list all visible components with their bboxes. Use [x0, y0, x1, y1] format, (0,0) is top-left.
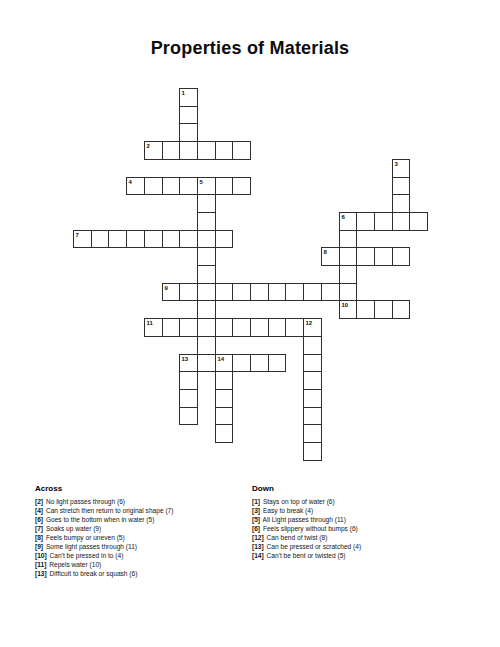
clue-number: [6]	[35, 516, 43, 523]
grid-cell-r2c6[interactable]	[179, 123, 198, 142]
grid-cell-r15c13[interactable]	[303, 354, 322, 372]
grid-cell-r14c7[interactable]	[197, 336, 216, 355]
grid-cell-r12c15[interactable]: 10	[339, 300, 357, 319]
grid-cell-r3c9[interactable]	[232, 141, 251, 160]
grid-cell-r17c8[interactable]	[215, 389, 233, 408]
cell-number-13: 13	[182, 356, 189, 363]
down-clue-6: [6] Feels slippery without bumps (6)	[252, 524, 361, 533]
grid-cell-r11c8[interactable]	[215, 283, 233, 301]
grid-cell-r11c11[interactable]	[268, 283, 286, 301]
grid-cell-r13c11[interactable]	[268, 318, 286, 337]
grid-cell-r7c18[interactable]	[392, 212, 410, 231]
grid-cell-r8c3[interactable]	[126, 230, 145, 248]
clue-number: [12]	[252, 534, 264, 541]
grid-cell-r11c6[interactable]	[179, 283, 198, 301]
clue-number: [10]	[35, 552, 47, 559]
grid-cell-r19c8[interactable]	[215, 424, 233, 443]
grid-cell-r7c17[interactable]	[374, 212, 393, 231]
grid-cell-r7c19[interactable]	[409, 212, 428, 231]
grid-cell-r7c16[interactable]	[356, 212, 375, 231]
clue-number: [13]	[252, 543, 264, 550]
grid-cell-r0c6[interactable]: 1	[179, 88, 198, 107]
grid-cell-r18c13[interactable]	[303, 407, 322, 425]
down-clue-13: [13] Can be pressed or scratched (4)	[252, 542, 361, 551]
cell-number-2: 2	[147, 143, 150, 150]
grid-cell-r13c4[interactable]: 11	[144, 318, 163, 337]
cell-number-12: 12	[306, 320, 313, 327]
cell-number-5: 5	[200, 179, 203, 186]
grid-cell-r8c0[interactable]: 7	[73, 230, 92, 248]
down-clue-5: [5] All Light passes through (11)	[252, 515, 361, 524]
across-clue-4: [4] Can stretch then return to original …	[35, 506, 173, 515]
grid-cell-r11c10[interactable]	[250, 283, 269, 301]
clue-number: [2]	[35, 498, 43, 505]
grid-cell-r1c6[interactable]	[179, 106, 198, 124]
grid-cell-r13c10[interactable]	[250, 318, 269, 337]
cell-number-7: 7	[76, 232, 79, 239]
grid-cell-r8c5[interactable]	[162, 230, 180, 248]
across-header: Across	[35, 484, 173, 493]
grid-cell-r5c6[interactable]	[179, 177, 198, 195]
grid-cell-r6c18[interactable]	[392, 194, 410, 213]
grid-cell-r9c17[interactable]	[374, 247, 393, 266]
grid-cell-r12c16[interactable]	[356, 300, 375, 319]
grid-cell-r16c8[interactable]	[215, 371, 233, 390]
grid-cell-r12c17[interactable]	[374, 300, 393, 319]
grid-cell-r11c9[interactable]	[232, 283, 251, 301]
cell-number-10: 10	[342, 302, 349, 309]
grid-cell-r15c7[interactable]	[197, 354, 216, 372]
across-clue-8: [8] Feels bumpy or uneven (5)	[35, 533, 173, 542]
clue-number: [1]	[252, 498, 260, 505]
page-title: Properties of Materials	[0, 38, 500, 59]
grid-cell-r18c6[interactable]	[179, 407, 198, 425]
clue-number: [7]	[35, 525, 43, 532]
grid-cell-r7c15[interactable]: 6	[339, 212, 357, 231]
grid-cell-r3c7[interactable]	[197, 141, 216, 160]
grid-cell-r10c15[interactable]	[339, 265, 357, 284]
grid-cell-r17c13[interactable]	[303, 389, 322, 408]
across-clue-column: Across [2] No light passes through (6)[4…	[35, 484, 173, 578]
grid-cell-r9c14[interactable]: 8	[321, 247, 340, 266]
grid-cell-r11c12[interactable]	[285, 283, 304, 301]
grid-cell-r13c5[interactable]	[162, 318, 180, 337]
grid-cell-r17c6[interactable]	[179, 389, 198, 408]
grid-cell-r18c8[interactable]	[215, 407, 233, 425]
grid-cell-r12c7[interactable]	[197, 300, 216, 319]
grid-cell-r14c13[interactable]	[303, 336, 322, 355]
down-clue-list: [1] Stays on top of water (6)[3] Easy to…	[252, 497, 361, 560]
grid-cell-r11c15[interactable]	[339, 283, 357, 301]
grid-cell-r16c6[interactable]	[179, 371, 198, 390]
clue-number: [8]	[35, 534, 43, 541]
down-clue-3: [3] Easy to break (4)	[252, 506, 361, 515]
grid-cell-r11c5[interactable]: 9	[162, 283, 180, 301]
grid-cell-r8c1[interactable]	[91, 230, 109, 248]
grid-cell-r8c4[interactable]	[144, 230, 163, 248]
grid-cell-r8c2[interactable]	[108, 230, 127, 248]
grid-cell-r5c3[interactable]: 4	[126, 177, 145, 195]
grid-cell-r9c18[interactable]	[392, 247, 410, 266]
clue-number: [11]	[35, 561, 46, 568]
down-clue-14: [14] Can't be bent or twisted (5)	[252, 551, 361, 560]
grid-cell-r9c15[interactable]	[339, 247, 357, 266]
grid-cell-r13c7[interactable]	[197, 318, 216, 337]
grid-cell-r12c18[interactable]	[392, 300, 410, 319]
grid-cell-r5c7[interactable]: 5	[197, 177, 216, 195]
across-clue-9: [9] Some light passes through (11)	[35, 542, 173, 551]
down-clue-12: [12] Can bend of twist (8)	[252, 533, 361, 542]
grid-cell-r19c13[interactable]	[303, 424, 322, 443]
grid-cell-r13c8[interactable]	[215, 318, 233, 337]
grid-cell-r7c7[interactable]	[197, 212, 216, 231]
cell-number-8: 8	[324, 249, 327, 256]
grid-cell-r15c10[interactable]	[250, 354, 269, 372]
grid-cell-r8c8[interactable]	[215, 230, 233, 248]
grid-cell-r15c6[interactable]: 13	[179, 354, 198, 372]
grid-cell-r11c14[interactable]	[321, 283, 340, 301]
cell-number-3: 3	[395, 161, 398, 168]
grid-cell-r3c8[interactable]	[215, 141, 233, 160]
crossword-grid: 1234567891011121314	[73, 88, 429, 461]
clue-number: [14]	[252, 552, 264, 559]
cell-number-4: 4	[129, 179, 132, 186]
grid-cell-r15c11[interactable]	[268, 354, 286, 372]
grid-cell-r9c16[interactable]	[356, 247, 375, 266]
across-clue-2: [2] No light passes through (6)	[35, 497, 173, 506]
clue-number: [4]	[35, 507, 43, 514]
grid-cell-r13c6[interactable]	[179, 318, 198, 337]
cell-number-6: 6	[342, 214, 345, 221]
across-clue-11: [11] Repels water (10)	[35, 560, 173, 569]
across-clue-6: [6] Goes to the bottom when in water (5)	[35, 515, 173, 524]
grid-cell-r3c5[interactable]	[162, 141, 180, 160]
grid-cell-r15c8[interactable]: 14	[215, 354, 233, 372]
across-clue-10: [10] Can't be pressed in to (4)	[35, 551, 173, 560]
clue-number: [13]	[35, 570, 47, 577]
grid-cell-r13c12[interactable]	[285, 318, 304, 337]
grid-cell-r20c13[interactable]	[303, 442, 322, 461]
grid-cell-r5c5[interactable]	[162, 177, 180, 195]
grid-cell-r11c13[interactable]	[303, 283, 322, 301]
down-header: Down	[252, 484, 361, 493]
down-clue-column: Down [1] Stays on top of water (6)[3] Ea…	[252, 484, 361, 560]
grid-cell-r5c4[interactable]	[144, 177, 163, 195]
grid-cell-r8c7[interactable]	[197, 230, 216, 248]
down-clue-1: [1] Stays on top of water (6)	[252, 497, 361, 506]
across-clue-list: [2] No light passes through (6)[4] Can s…	[35, 497, 173, 578]
worksheet-page: Properties of Materials 1234567891011121…	[0, 0, 500, 647]
grid-cell-r11c7[interactable]	[197, 283, 216, 301]
across-clue-13: [13] Difficult to break or squash (6)	[35, 569, 173, 578]
grid-cell-r3c4[interactable]: 2	[144, 141, 163, 160]
grid-cell-r5c8[interactable]	[215, 177, 233, 195]
grid-cell-r8c6[interactable]	[179, 230, 198, 248]
across-clue-7: [7] Soaks up water (9)	[35, 524, 173, 533]
grid-cell-r8c15[interactable]	[339, 230, 357, 248]
grid-cell-r6c7[interactable]	[197, 194, 216, 213]
cell-number-1: 1	[182, 90, 185, 97]
grid-cell-r15c9[interactable]	[232, 354, 251, 372]
grid-cell-r13c13[interactable]: 12	[303, 318, 322, 337]
cell-number-11: 11	[147, 320, 153, 327]
grid-cell-r16c13[interactable]	[303, 371, 322, 390]
grid-cell-r10c7[interactable]	[197, 265, 216, 284]
grid-cell-r13c9[interactable]	[232, 318, 251, 337]
clue-number: [6]	[252, 525, 260, 532]
grid-cell-r5c18[interactable]	[392, 177, 410, 195]
clue-number: [5]	[252, 516, 260, 523]
grid-cell-r3c6[interactable]	[179, 141, 198, 160]
grid-cell-r9c7[interactable]	[197, 247, 216, 266]
grid-cell-r4c18[interactable]: 3	[392, 159, 410, 178]
clue-number: [3]	[252, 507, 260, 514]
cell-number-14: 14	[218, 356, 225, 363]
clue-number: [9]	[35, 543, 43, 550]
grid-cell-r5c9[interactable]	[232, 177, 251, 195]
cell-number-9: 9	[165, 285, 168, 292]
